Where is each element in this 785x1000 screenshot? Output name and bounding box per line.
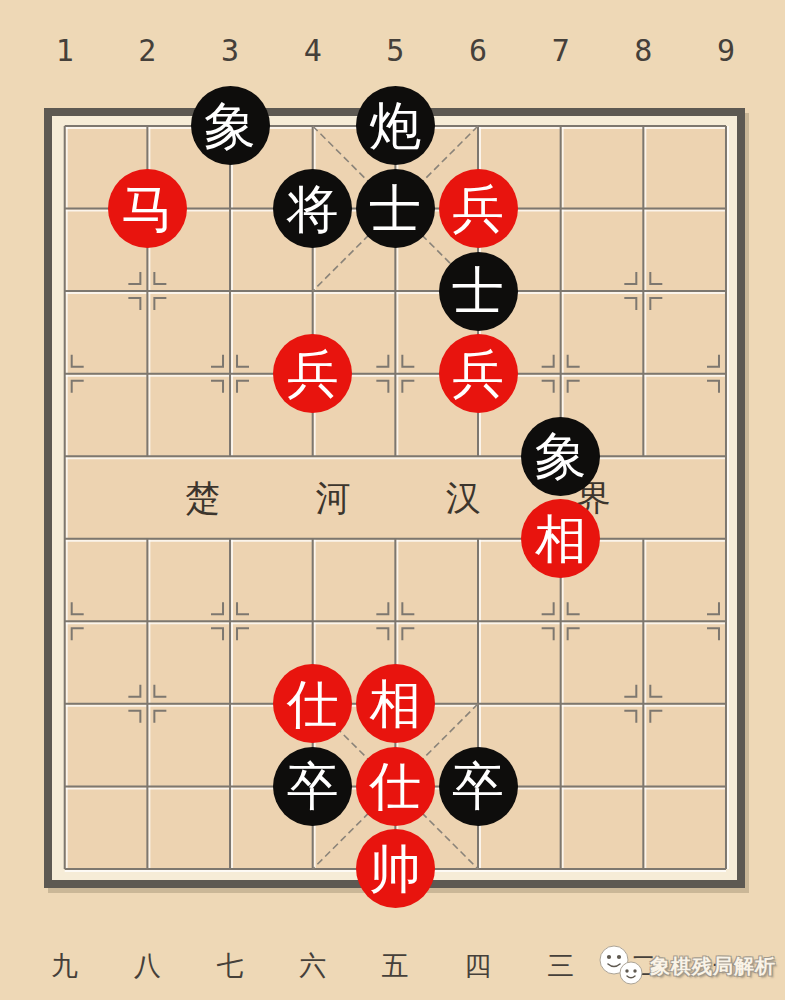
top-coordinate-label: 9 <box>717 33 735 68</box>
wechat-faces-icon <box>596 940 648 992</box>
piece-red-soldier[interactable]: 兵 <box>273 334 352 413</box>
piece-black-soldier[interactable]: 卒 <box>273 747 352 826</box>
bottom-coordinate-label: 三 <box>547 948 574 984</box>
bottom-coordinate-label: 七 <box>217 948 244 984</box>
piece-black-soldier[interactable]: 卒 <box>439 747 518 826</box>
piece-red-soldier[interactable]: 兵 <box>439 169 518 248</box>
top-coordinate-label: 8 <box>634 33 652 68</box>
bottom-coordinate-label: 九 <box>51 948 78 984</box>
xiangqi-board-diagram: 123456789 楚河汉界 象炮马将士兵士兵兵象相仕相卒仕卒帅 九八七六五四三… <box>0 0 785 1000</box>
piece-red-advisor[interactable]: 仕 <box>273 664 352 743</box>
watermark: 象棋残局解析 <box>596 940 776 992</box>
piece-black-elephant[interactable]: 象 <box>191 86 270 165</box>
pieces-layer: 象炮马将士兵士兵兵象相仕相卒仕卒帅 <box>23 85 767 910</box>
piece-red-horse[interactable]: 马 <box>108 169 187 248</box>
piece-black-elephant[interactable]: 象 <box>521 417 600 496</box>
piece-red-soldier[interactable]: 兵 <box>439 334 518 413</box>
piece-red-elephant[interactable]: 相 <box>521 499 600 578</box>
top-coordinate-label: 7 <box>552 33 570 68</box>
top-coordinate-label: 4 <box>304 33 322 68</box>
piece-red-general[interactable]: 帅 <box>356 829 435 908</box>
top-coordinate-label: 2 <box>138 33 156 68</box>
piece-red-advisor[interactable]: 仕 <box>356 747 435 826</box>
bottom-coordinate-label: 八 <box>134 948 161 984</box>
bottom-coordinate-label: 五 <box>382 948 409 984</box>
piece-black-cannon[interactable]: 炮 <box>356 86 435 165</box>
top-coordinate-label: 3 <box>221 33 239 68</box>
bottom-coordinate-label: 四 <box>465 948 492 984</box>
piece-black-advisor[interactable]: 士 <box>356 169 435 248</box>
watermark-text: 象棋残局解析 <box>650 953 776 980</box>
top-coordinate-label: 5 <box>386 33 404 68</box>
piece-black-advisor[interactable]: 士 <box>439 252 518 331</box>
top-coordinate-label: 6 <box>469 33 487 68</box>
piece-black-general[interactable]: 将 <box>273 169 352 248</box>
top-coordinate-label: 1 <box>56 33 74 68</box>
piece-red-elephant[interactable]: 相 <box>356 664 435 743</box>
bottom-coordinate-label: 六 <box>299 948 326 984</box>
